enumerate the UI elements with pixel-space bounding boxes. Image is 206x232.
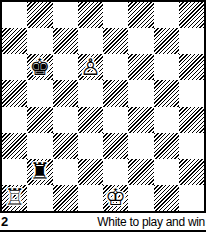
square-h1 [179,185,204,211]
square-h3 [179,133,204,159]
square-a3 [2,133,27,159]
caption-bar: 2 White to play and win [0,213,206,230]
square-c7 [53,28,78,54]
square-c5 [53,80,78,106]
square-b1 [27,185,52,211]
square-g6 [154,54,179,80]
chess-board: ♚♙♜♖♔ [0,0,206,213]
square-d5 [78,80,103,106]
square-b2: ♜ [27,159,52,185]
square-f4 [128,107,153,133]
square-f6 [128,54,153,80]
bottom-rule [0,230,206,232]
square-g8 [154,2,179,28]
square-f1 [128,185,153,211]
square-g5 [154,80,179,106]
square-a4 [2,107,27,133]
square-c8 [53,2,78,28]
square-c6 [53,54,78,80]
square-a1: ♖ [2,185,27,211]
square-d7 [78,28,103,54]
square-g7 [154,28,179,54]
square-g3 [154,133,179,159]
square-d1 [78,185,103,211]
piece-white-king: ♔ [105,186,126,209]
square-c2 [53,159,78,185]
square-e4 [103,107,128,133]
square-h5 [179,80,204,106]
caption-text: White to play and win [97,215,205,229]
square-h2 [179,159,204,185]
piece-black-king: ♚ [30,56,51,79]
square-b4 [27,107,52,133]
square-b3 [27,133,52,159]
square-f3 [128,133,153,159]
square-e7 [103,28,128,54]
square-f7 [128,28,153,54]
square-g2 [154,159,179,185]
square-h6 [179,54,204,80]
square-a6 [2,54,27,80]
square-d2 [78,159,103,185]
square-b8 [27,2,52,28]
square-b5 [27,80,52,106]
square-f8 [128,2,153,28]
square-a5 [2,80,27,106]
square-g4 [154,107,179,133]
square-d4 [78,107,103,133]
piece-white-rook: ♖ [4,186,25,209]
square-b6: ♚ [27,54,52,80]
square-f5 [128,80,153,106]
square-c3 [53,133,78,159]
square-h4 [179,107,204,133]
chess-diagram-page: ♚♙♜♖♔ 2 White to play and win [0,0,206,232]
piece-white-pawn: ♙ [80,56,101,79]
square-e2 [103,159,128,185]
square-d3 [78,133,103,159]
square-f2 [128,159,153,185]
piece-black-rook: ♜ [30,160,51,183]
square-a2 [2,159,27,185]
square-h7 [179,28,204,54]
square-d8 [78,2,103,28]
square-c1 [53,185,78,211]
square-h8 [179,2,204,28]
board-grid: ♚♙♜♖♔ [2,2,204,211]
square-e1: ♔ [103,185,128,211]
square-d6: ♙ [78,54,103,80]
square-g1 [154,185,179,211]
square-e8 [103,2,128,28]
diagram-number: 2 [1,214,8,229]
square-e5 [103,80,128,106]
square-c4 [53,107,78,133]
square-b7 [27,28,52,54]
square-e3 [103,133,128,159]
square-e6 [103,54,128,80]
square-a7 [2,28,27,54]
square-a8 [2,2,27,28]
